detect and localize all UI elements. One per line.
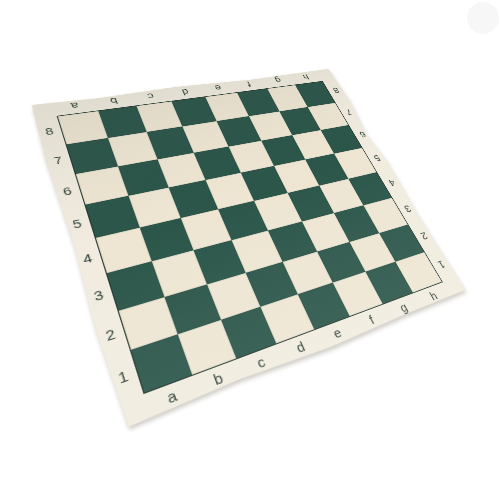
chess-mat-shadow-wrap: abcdefgh abcdefgh 87654321 87654321 [0,0,500,500]
product-photo: abcdefgh abcdefgh 87654321 87654321 [0,0,500,500]
chess-board-mat: abcdefgh abcdefgh 87654321 87654321 [29,68,468,430]
